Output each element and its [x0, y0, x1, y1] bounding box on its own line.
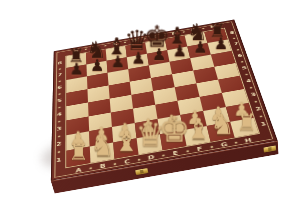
folding-chess-board: ABCDEFGH ABCDEFGH 87654321 87654321 ♜♞♝♛… — [51, 20, 278, 181]
piece-black-pawn[interactable]: ♟ — [90, 58, 105, 74]
square-g5[interactable] — [193, 67, 218, 84]
piece-black-pawn[interactable]: ♟ — [214, 36, 229, 52]
piece-black-pawn[interactable]: ♟ — [131, 51, 146, 67]
piece-black-pawn[interactable]: ♟ — [69, 62, 84, 78]
piece-white-knight[interactable]: ♞ — [210, 111, 235, 139]
brass-latch-left — [136, 168, 149, 175]
rank-labels-left: 87654321 — [52, 56, 65, 169]
coord-label-3: 3 — [53, 121, 65, 138]
square-h5[interactable] — [214, 63, 239, 79]
piece-white-knight[interactable]: ♞ — [90, 132, 115, 160]
piece-black-pawn[interactable]: ♟ — [193, 40, 208, 56]
piece-black-pawn[interactable]: ♟ — [111, 54, 126, 70]
piece-white-rook[interactable]: ♜ — [68, 141, 89, 164]
square-e1[interactable]: ♚ — [160, 130, 187, 150]
coord-label-2: 2 — [53, 135, 66, 153]
piece-black-pawn[interactable]: ♟ — [152, 47, 167, 63]
brass-latch-right — [264, 145, 277, 152]
coord-label-4: 4 — [53, 106, 65, 122]
square-h7[interactable]: ♟ — [208, 39, 232, 54]
piece-white-bishop[interactable]: ♝ — [186, 115, 211, 143]
square-a1[interactable]: ♜ — [66, 147, 90, 168]
chess-set-photo: ABCDEFGH ABCDEFGH 87654321 87654321 ♜♞♝♛… — [0, 0, 300, 200]
piece-black-pawn[interactable]: ♟ — [172, 43, 187, 59]
piece-white-rook[interactable]: ♜ — [236, 111, 257, 134]
coord-label-1: 1 — [52, 151, 65, 170]
